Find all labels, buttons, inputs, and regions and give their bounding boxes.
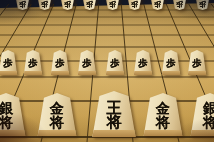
piece-kanji-label: 歩 [86, 0, 93, 7]
piece-side [133, 71, 153, 75]
piece-kanji-label: 歩 [55, 58, 65, 67]
piece-side [161, 71, 181, 75]
piece-kanji-label: 歩 [131, 0, 138, 7]
shogi-board-photo: 歩歩歩歩歩歩歩歩歩歩歩歩歩歩歩歩歩歩銀将金将王将金将銀将 [0, 0, 214, 142]
piece-pawn[interactable]: 歩 [161, 50, 181, 75]
piece-pawn[interactable]: 歩 [50, 50, 70, 75]
piece-kanji-label: 歩 [192, 58, 202, 67]
piece-kanji-label: 王将 [107, 100, 122, 129]
piece-kanji-label: 歩 [64, 0, 71, 7]
piece-kanji-label: 歩 [110, 58, 120, 67]
piece-side [77, 71, 97, 75]
piece-pawn[interactable]: 歩 [23, 50, 43, 75]
piece-side [50, 71, 70, 75]
piece-pawn[interactable]: 歩 [105, 50, 125, 75]
piece-silver-general[interactable]: 銀将 [189, 93, 214, 136]
piece-kanji-label: 歩 [176, 0, 183, 7]
piece-pawn[interactable]: 歩 [195, 0, 210, 10]
piece-kanji-label: 歩 [41, 0, 48, 7]
piece-pawn[interactable]: 歩 [133, 50, 153, 75]
piece-kanji-label: 歩 [109, 0, 116, 7]
piece-gold-general[interactable]: 金将 [36, 93, 78, 136]
piece-side [0, 130, 27, 136]
piece-kanji-label: 歩 [166, 58, 176, 67]
piece-king[interactable]: 王将 [91, 91, 138, 137]
piece-pawn[interactable]: 歩 [77, 50, 97, 75]
piece-side [142, 130, 184, 136]
piece-kanji-label: 金将 [156, 102, 170, 129]
piece-pawn[interactable]: 歩 [105, 0, 120, 10]
piece-pawn[interactable]: 歩 [172, 0, 187, 10]
piece-kanji-label: 金将 [50, 102, 64, 129]
piece-pawn[interactable]: 歩 [150, 0, 165, 10]
piece-kanji-label: 歩 [199, 0, 206, 7]
piece-kanji-label: 歩 [138, 58, 148, 67]
piece-side [189, 130, 214, 136]
piece-pawn[interactable]: 歩 [127, 0, 142, 10]
piece-kanji-label: 歩 [3, 58, 13, 67]
piece-kanji-label: 銀将 [203, 102, 214, 129]
piece-silver-general[interactable]: 銀将 [0, 93, 27, 136]
piece-kanji-label: 歩 [19, 0, 26, 7]
piece-pawn[interactable]: 歩 [82, 0, 97, 10]
piece-side [105, 71, 125, 75]
piece-pawn[interactable]: 歩 [15, 0, 30, 10]
piece-pawn[interactable]: 歩 [0, 50, 18, 75]
piece-side [0, 71, 18, 75]
pieces-layer: 歩歩歩歩歩歩歩歩歩歩歩歩歩歩歩歩歩歩銀将金将王将金将銀将 [0, 0, 214, 142]
piece-kanji-label: 歩 [154, 0, 161, 7]
piece-pawn[interactable]: 歩 [37, 0, 52, 10]
piece-pawn[interactable]: 歩 [187, 50, 207, 75]
piece-kanji-label: 歩 [28, 58, 38, 67]
piece-pawn[interactable]: 歩 [60, 0, 75, 10]
piece-side [187, 71, 207, 75]
piece-side [91, 130, 138, 137]
piece-gold-general[interactable]: 金将 [142, 93, 184, 136]
piece-kanji-label: 歩 [82, 58, 92, 67]
piece-side [23, 71, 43, 75]
piece-kanji-label: 銀将 [0, 102, 13, 129]
piece-side [36, 130, 78, 136]
